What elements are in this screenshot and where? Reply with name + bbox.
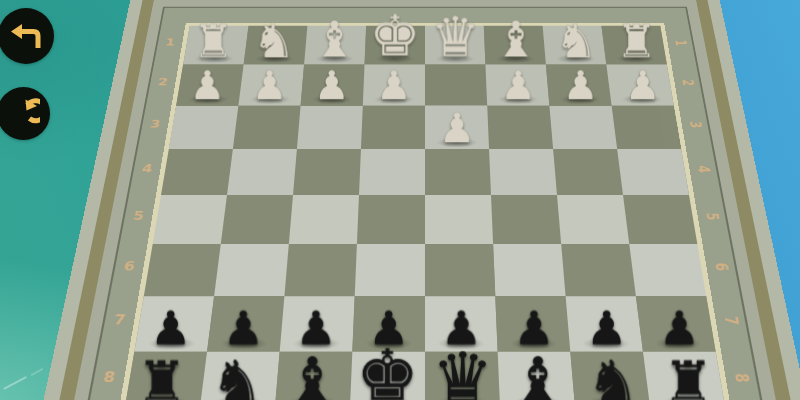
rank-label-right-3: 3 bbox=[686, 116, 704, 134]
square-c4[interactable] bbox=[489, 149, 557, 195]
square-d3[interactable]: ♟ bbox=[425, 106, 489, 149]
square-d5[interactable] bbox=[425, 195, 493, 244]
piece-white-queen-d1[interactable]: ♛ bbox=[431, 10, 480, 65]
square-g6[interactable] bbox=[214, 244, 289, 296]
piece-white-pawn-f2[interactable]: ♟ bbox=[314, 66, 349, 106]
square-g8[interactable]: ♞ bbox=[199, 352, 279, 400]
piece-black-rook-h8[interactable]: ♜ bbox=[136, 354, 187, 400]
piece-white-pawn-g2[interactable]: ♟ bbox=[252, 66, 287, 106]
rank-label-left-6: 6 bbox=[114, 261, 144, 273]
piece-white-pawn-d3[interactable]: ♟ bbox=[439, 108, 476, 149]
square-b4[interactable] bbox=[553, 149, 623, 195]
piece-black-bishop-c8[interactable]: ♝ bbox=[510, 350, 565, 400]
square-a2[interactable]: ♟ bbox=[606, 65, 673, 106]
square-d2[interactable] bbox=[425, 65, 487, 106]
square-b6[interactable] bbox=[561, 244, 636, 296]
rank-label-left-4: 4 bbox=[133, 164, 161, 174]
square-c2[interactable]: ♟ bbox=[485, 65, 549, 106]
piece-white-pawn-b2[interactable]: ♟ bbox=[563, 66, 598, 106]
rank-label-right-1: 1 bbox=[672, 35, 688, 51]
rank-label-right-5: 5 bbox=[702, 207, 721, 227]
square-g4[interactable] bbox=[227, 149, 297, 195]
square-e4[interactable] bbox=[359, 149, 425, 195]
square-b5[interactable] bbox=[557, 195, 629, 244]
game-stage: ♜♞♝♚♛♝♞♜♟♟♟♟♟♟♟♟♟♟♟♟♟♟♟♟♜♞♝♚♛♝♞♜ 1122334… bbox=[0, 0, 800, 400]
redo-arrow-icon bbox=[8, 98, 40, 130]
square-f8[interactable]: ♝ bbox=[275, 352, 353, 400]
square-c3[interactable] bbox=[487, 106, 553, 149]
piece-white-knight-g1[interactable]: ♞ bbox=[253, 17, 296, 65]
piece-white-pawn-h2[interactable]: ♟ bbox=[190, 66, 225, 106]
rank-label-right-2: 2 bbox=[679, 74, 696, 91]
rank-label-left-7: 7 bbox=[104, 314, 135, 327]
rank-label-right-4: 4 bbox=[694, 160, 712, 179]
square-b3[interactable] bbox=[549, 106, 617, 149]
piece-black-queen-d8[interactable]: ♛ bbox=[432, 343, 493, 400]
rank-label-left-5: 5 bbox=[124, 211, 153, 222]
square-a6[interactable] bbox=[629, 244, 706, 296]
square-a3[interactable] bbox=[612, 106, 682, 149]
square-c1[interactable]: ♝ bbox=[484, 26, 546, 65]
square-g2[interactable]: ♟ bbox=[238, 65, 304, 106]
piece-white-pawn-c2[interactable]: ♟ bbox=[501, 66, 536, 106]
square-f5[interactable] bbox=[289, 195, 359, 244]
rank-label-left-2: 2 bbox=[150, 78, 177, 87]
square-c5[interactable] bbox=[491, 195, 561, 244]
rank-label-right-8: 8 bbox=[730, 366, 751, 390]
piece-black-knight-g8[interactable]: ♞ bbox=[210, 352, 263, 400]
square-e6[interactable] bbox=[355, 244, 425, 296]
square-d1[interactable]: ♛ bbox=[425, 26, 485, 65]
square-f4[interactable] bbox=[293, 149, 361, 195]
piece-black-king-e8[interactable]: ♚ bbox=[356, 341, 419, 400]
square-g1[interactable]: ♞ bbox=[244, 26, 308, 65]
square-h5[interactable] bbox=[153, 195, 227, 244]
square-e2[interactable]: ♟ bbox=[363, 65, 425, 106]
board-scene: ♜♞♝♚♛♝♞♜♟♟♟♟♟♟♟♟♟♟♟♟♟♟♟♟♜♞♝♚♛♝♞♜ 1122334… bbox=[0, 0, 800, 400]
chess-board[interactable]: ♜♞♝♚♛♝♞♜♟♟♟♟♟♟♟♟♟♟♟♟♟♟♟♟♜♞♝♚♛♝♞♜ bbox=[118, 23, 733, 400]
piece-white-pawn-a2[interactable]: ♟ bbox=[625, 66, 660, 106]
square-d4[interactable] bbox=[425, 149, 491, 195]
rank-label-left-1: 1 bbox=[157, 38, 183, 47]
square-c8[interactable]: ♝ bbox=[498, 352, 576, 400]
square-e1[interactable]: ♚ bbox=[365, 26, 425, 65]
square-e5[interactable] bbox=[357, 195, 425, 244]
square-e3[interactable] bbox=[361, 106, 425, 149]
square-f1[interactable]: ♝ bbox=[304, 26, 366, 65]
square-h3[interactable] bbox=[169, 106, 239, 149]
square-c6[interactable] bbox=[493, 244, 566, 296]
square-b2[interactable]: ♟ bbox=[546, 65, 612, 106]
square-g3[interactable] bbox=[233, 106, 301, 149]
square-a4[interactable] bbox=[617, 149, 689, 195]
square-g7[interactable]: ♟ bbox=[207, 296, 284, 352]
square-h7[interactable]: ♟ bbox=[134, 296, 214, 352]
square-g5[interactable] bbox=[221, 195, 293, 244]
square-b7[interactable]: ♟ bbox=[566, 296, 643, 352]
square-f2[interactable]: ♟ bbox=[301, 65, 365, 106]
square-h4[interactable] bbox=[161, 149, 233, 195]
rank-label-right-7: 7 bbox=[720, 309, 740, 332]
piece-black-pawn-b7[interactable]: ♟ bbox=[586, 306, 627, 352]
square-b1[interactable]: ♞ bbox=[543, 26, 607, 65]
square-d8[interactable]: ♛ bbox=[425, 352, 500, 400]
piece-white-rook-h1[interactable]: ♜ bbox=[193, 19, 234, 65]
piece-white-pawn-e2[interactable]: ♟ bbox=[376, 66, 411, 106]
square-d6[interactable] bbox=[425, 244, 495, 296]
undo-button[interactable] bbox=[0, 8, 54, 64]
square-e8[interactable]: ♚ bbox=[350, 352, 425, 400]
piece-white-knight-b1[interactable]: ♞ bbox=[555, 17, 598, 65]
piece-black-bishop-f8[interactable]: ♝ bbox=[285, 350, 340, 400]
board-frame: ♜♞♝♚♛♝♞♜♟♟♟♟♟♟♟♟♟♟♟♟♟♟♟♟♜♞♝♚♛♝♞♜ 1122334… bbox=[26, 0, 800, 400]
square-h1[interactable]: ♜ bbox=[183, 26, 248, 65]
rank-label-left-8: 8 bbox=[93, 371, 126, 384]
piece-black-rook-a8[interactable]: ♜ bbox=[663, 354, 714, 400]
piece-white-rook-a1[interactable]: ♜ bbox=[616, 19, 657, 65]
square-f3[interactable] bbox=[297, 106, 363, 149]
square-h8[interactable]: ♜ bbox=[124, 352, 207, 400]
rank-label-left-3: 3 bbox=[141, 120, 169, 130]
piece-black-pawn-h7[interactable]: ♟ bbox=[150, 306, 191, 352]
square-a8[interactable]: ♜ bbox=[643, 352, 726, 400]
piece-black-knight-b8[interactable]: ♞ bbox=[586, 352, 639, 400]
piece-white-king-e1[interactable]: ♚ bbox=[369, 8, 420, 65]
square-a1[interactable]: ♜ bbox=[601, 26, 666, 65]
square-f6[interactable] bbox=[284, 244, 357, 296]
piece-black-pawn-g7[interactable]: ♟ bbox=[223, 306, 264, 352]
undo-arrow-icon bbox=[9, 22, 43, 50]
square-a7[interactable]: ♟ bbox=[636, 296, 716, 352]
square-h2[interactable]: ♟ bbox=[176, 65, 243, 106]
piece-white-bishop-f1[interactable]: ♝ bbox=[312, 15, 356, 64]
rank-label-right-6: 6 bbox=[711, 256, 731, 277]
piece-black-pawn-a7[interactable]: ♟ bbox=[659, 306, 700, 352]
square-b8[interactable]: ♞ bbox=[570, 352, 650, 400]
piece-white-bishop-c1[interactable]: ♝ bbox=[494, 15, 538, 64]
square-a5[interactable] bbox=[623, 195, 697, 244]
square-h6[interactable] bbox=[144, 244, 221, 296]
board-tilt-plane: ♜♞♝♚♛♝♞♜♟♟♟♟♟♟♟♟♟♟♟♟♟♟♟♟♜♞♝♚♛♝♞♜ 1122334… bbox=[26, 0, 800, 400]
